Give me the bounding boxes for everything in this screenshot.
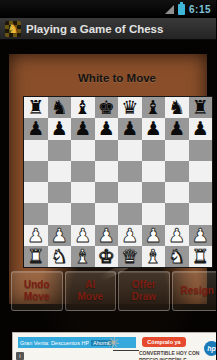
title-bar: ♞ Playing a Game of Chess — [0, 18, 216, 40]
square-g3[interactable] — [165, 203, 189, 224]
black-knight: ♞ — [168, 98, 185, 117]
status-clock: 6:15 — [189, 4, 211, 15]
square-e4[interactable] — [118, 182, 142, 203]
white-rook: ♜ — [27, 247, 44, 266]
white-knight: ♞ — [51, 247, 68, 266]
square-h8[interactable]: ♜ — [189, 97, 213, 118]
square-f2[interactable]: ♟ — [142, 225, 166, 246]
white-king: ♚ — [98, 247, 115, 266]
square-h6[interactable] — [189, 140, 213, 161]
square-b7[interactable]: ♟ — [48, 118, 72, 139]
ad-info-icon[interactable]: i — [16, 352, 24, 360]
game-area: White to Move ♜♞♝♚♛♝♞♜♟♟♟♟♟♟♟♟♟♟♟♟♟♟♟♟♜♞… — [0, 40, 216, 360]
black-rook: ♜ — [192, 98, 209, 117]
chess-board[interactable]: ♜♞♝♚♛♝♞♜♟♟♟♟♟♟♟♟♟♟♟♟♟♟♟♟♜♞♝♚♛♝♞♜ — [23, 96, 213, 268]
square-d6[interactable] — [95, 140, 119, 161]
square-e1[interactable]: ♛ — [118, 246, 142, 267]
action-button-row: Undo Move AI Move Offer Draw Resign — [11, 271, 216, 311]
square-a1[interactable]: ♜ — [24, 246, 48, 267]
square-f5[interactable] — [142, 161, 166, 182]
black-pawn: ♟ — [27, 119, 44, 138]
black-bishop: ♝ — [145, 98, 162, 117]
square-f1[interactable]: ♝ — [142, 246, 166, 267]
square-f8[interactable]: ♝ — [142, 97, 166, 118]
undo-move-button[interactable]: Undo Move — [11, 271, 63, 311]
knight-icon: ♞ — [7, 22, 19, 35]
resign-button[interactable]: Resign — [172, 271, 217, 311]
square-c1[interactable]: ♝ — [71, 246, 95, 267]
square-h3[interactable] — [189, 203, 213, 224]
white-pawn: ♟ — [145, 226, 162, 245]
black-pawn: ♟ — [74, 119, 91, 138]
square-h2[interactable]: ♟ — [189, 225, 213, 246]
square-c2[interactable]: ♟ — [71, 225, 95, 246]
ad-banner[interactable]: Gran Venta: Descuentos HP Ahorra i COMPR… — [12, 332, 216, 360]
square-a5[interactable] — [24, 161, 48, 182]
white-pawn: ♟ — [192, 226, 209, 245]
square-c3[interactable] — [71, 203, 95, 224]
square-a8[interactable]: ♜ — [24, 97, 48, 118]
square-h7[interactable]: ♟ — [189, 118, 213, 139]
hp-logo[interactable]: hp — [204, 341, 216, 356]
square-f3[interactable] — [142, 203, 166, 224]
white-pawn: ♟ — [98, 226, 115, 245]
square-e2[interactable]: ♟ — [118, 225, 142, 246]
square-g8[interactable]: ♞ — [165, 97, 189, 118]
white-bishop: ♝ — [74, 247, 91, 266]
white-knight: ♞ — [168, 247, 185, 266]
square-b2[interactable]: ♟ — [48, 225, 72, 246]
white-rook: ♜ — [192, 247, 209, 266]
square-d4[interactable] — [95, 182, 119, 203]
app-icon: ♞ — [5, 21, 21, 37]
square-d1[interactable]: ♚ — [95, 246, 119, 267]
white-pawn: ♟ — [27, 226, 44, 245]
square-h4[interactable] — [189, 182, 213, 203]
square-e5[interactable] — [118, 161, 142, 182]
square-b6[interactable] — [48, 140, 72, 161]
square-g6[interactable] — [165, 140, 189, 161]
square-h1[interactable]: ♜ — [189, 246, 213, 267]
page-title: Playing a Game of Chess — [26, 23, 163, 35]
wood-background: White to Move ♜♞♝♚♛♝♞♜♟♟♟♟♟♟♟♟♟♟♟♟♟♟♟♟♜♞… — [9, 54, 207, 304]
square-c4[interactable] — [71, 182, 95, 203]
battery-icon — [178, 4, 185, 15]
square-f7[interactable]: ♟ — [142, 118, 166, 139]
square-b4[interactable] — [48, 182, 72, 203]
square-d3[interactable] — [95, 203, 119, 224]
ad-bottom-left-text: COMPRAS/GANGAS HP Pavilion dv6 — [26, 352, 146, 360]
square-h5[interactable] — [189, 161, 213, 182]
square-c7[interactable]: ♟ — [71, 118, 95, 139]
square-g1[interactable]: ♞ — [165, 246, 189, 267]
white-pawn: ♟ — [51, 226, 68, 245]
square-f6[interactable] — [142, 140, 166, 161]
ad-underline-graphic — [113, 350, 139, 351]
white-queen: ♛ — [121, 247, 138, 266]
turn-indicator: White to Move — [9, 72, 216, 84]
black-queen: ♛ — [121, 98, 138, 117]
square-b3[interactable] — [48, 203, 72, 224]
square-e7[interactable]: ♟ — [118, 118, 142, 139]
square-c5[interactable] — [71, 161, 95, 182]
square-a4[interactable] — [24, 182, 48, 203]
square-g4[interactable] — [165, 182, 189, 203]
square-f4[interactable] — [142, 182, 166, 203]
square-b8[interactable]: ♞ — [48, 97, 72, 118]
square-b1[interactable]: ♞ — [48, 246, 72, 267]
square-b5[interactable] — [48, 161, 72, 182]
black-pawn: ♟ — [51, 119, 68, 138]
square-a7[interactable]: ♟ — [24, 118, 48, 139]
ad-cta-badge[interactable]: Cómpralo ya — [142, 337, 186, 347]
square-e6[interactable] — [118, 140, 142, 161]
square-e3[interactable] — [118, 203, 142, 224]
ai-move-button[interactable]: AI Move — [65, 271, 117, 311]
black-king: ♚ — [98, 98, 115, 117]
square-d8[interactable]: ♚ — [95, 97, 119, 118]
square-e8[interactable]: ♛ — [118, 97, 142, 118]
white-bishop: ♝ — [145, 247, 162, 266]
square-d5[interactable] — [95, 161, 119, 182]
signal-icon — [165, 5, 174, 14]
square-c6[interactable] — [71, 140, 95, 161]
black-pawn: ♟ — [121, 119, 138, 138]
square-a3[interactable] — [24, 203, 48, 224]
white-pawn: ♟ — [121, 226, 138, 245]
black-pawn: ♟ — [98, 119, 115, 138]
status-bar: 6:15 — [0, 0, 216, 18]
square-g2[interactable]: ♟ — [165, 225, 189, 246]
ad-blue-bar-text: Gran Venta: Descuentos HP — [20, 340, 89, 346]
ad-right-text: CONVERTIBLE HOY CON PRECIO INCREÍBLE — [139, 350, 201, 360]
black-pawn: ♟ — [168, 119, 185, 138]
square-g5[interactable] — [165, 161, 189, 182]
black-rook: ♜ — [27, 98, 44, 117]
square-a6[interactable] — [24, 140, 48, 161]
square-g7[interactable]: ♟ — [165, 118, 189, 139]
offer-draw-button[interactable]: Offer Draw — [118, 271, 170, 311]
square-a2[interactable]: ♟ — [24, 225, 48, 246]
white-pawn: ♟ — [168, 226, 185, 245]
black-knight: ♞ — [51, 98, 68, 117]
square-d7[interactable]: ♟ — [95, 118, 119, 139]
square-d2[interactable]: ♟ — [95, 225, 119, 246]
black-pawn: ♟ — [145, 119, 162, 138]
black-bishop: ♝ — [74, 98, 91, 117]
white-pawn: ♟ — [74, 226, 91, 245]
square-c8[interactable]: ♝ — [71, 97, 95, 118]
black-pawn: ♟ — [192, 119, 209, 138]
